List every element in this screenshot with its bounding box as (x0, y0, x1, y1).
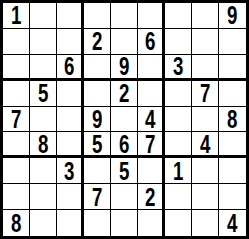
cell-r3c3[interactable]: 6 (57, 55, 84, 81)
cell-r9c2[interactable] (30, 210, 57, 236)
cell-r2c5[interactable] (111, 29, 138, 55)
cell-r4c4[interactable] (84, 81, 111, 107)
cell-r1c1[interactable]: 1 (3, 3, 30, 29)
cell-r9c5[interactable] (111, 210, 138, 236)
cell-r1c4[interactable] (84, 3, 111, 29)
cell-r1c8[interactable] (192, 3, 219, 29)
cell-r7c4[interactable] (84, 158, 111, 184)
given-digit: 6 (119, 132, 129, 156)
given-digit: 1 (11, 3, 21, 28)
cell-r3c4[interactable] (84, 55, 111, 81)
cell-r6c5[interactable]: 6 (111, 132, 138, 158)
cell-r7c9[interactable] (219, 158, 246, 184)
given-digit: 5 (92, 132, 102, 156)
given-digit: 7 (92, 184, 102, 209)
cell-r2c3[interactable] (57, 29, 84, 55)
cell-r6c7[interactable] (165, 132, 192, 158)
cell-r2c4[interactable]: 2 (84, 29, 111, 55)
given-digit: 2 (92, 29, 102, 54)
cell-r1c2[interactable] (30, 3, 57, 29)
cell-r8c2[interactable] (30, 184, 57, 210)
given-digit: 5 (38, 81, 48, 106)
cell-r6c8[interactable]: 4 (192, 132, 219, 158)
cell-r2c7[interactable] (165, 29, 192, 55)
given-digit: 4 (145, 107, 155, 132)
cell-r8c4[interactable]: 7 (84, 184, 111, 210)
cell-r3c6[interactable] (138, 55, 165, 81)
cell-r1c5[interactable] (111, 3, 138, 29)
cell-r8c1[interactable] (3, 184, 30, 210)
cell-r2c1[interactable] (3, 29, 30, 55)
given-digit: 2 (119, 81, 129, 106)
cell-r6c2[interactable]: 8 (30, 132, 57, 158)
cell-r9c3[interactable] (57, 210, 84, 236)
cell-r6c6[interactable]: 7 (138, 132, 165, 158)
cell-r1c7[interactable] (165, 3, 192, 29)
cell-r6c4[interactable]: 5 (84, 132, 111, 158)
cell-r2c8[interactable] (192, 29, 219, 55)
cell-r7c6[interactable] (138, 158, 165, 184)
given-digit: 7 (200, 81, 210, 106)
cell-r5c3[interactable] (57, 107, 84, 133)
cell-r3c1[interactable] (3, 55, 30, 81)
cell-r3c2[interactable] (30, 55, 57, 81)
cell-r4c9[interactable] (219, 81, 246, 107)
given-digit: 8 (11, 210, 21, 236)
given-digit: 5 (119, 158, 129, 183)
cell-r8c5[interactable] (111, 184, 138, 210)
cell-r3c5[interactable]: 9 (111, 55, 138, 81)
given-digit: 2 (145, 184, 155, 209)
cell-r7c8[interactable] (192, 158, 219, 184)
cell-r4c6[interactable] (138, 81, 165, 107)
cell-r5c4[interactable]: 9 (84, 107, 111, 133)
cell-r9c1[interactable]: 8 (3, 210, 30, 236)
cell-r8c9[interactable] (219, 184, 246, 210)
cell-r5c6[interactable]: 4 (138, 107, 165, 133)
cell-r9c7[interactable] (165, 210, 192, 236)
cell-r8c3[interactable] (57, 184, 84, 210)
cell-r7c7[interactable]: 1 (165, 158, 192, 184)
cell-r6c1[interactable] (3, 132, 30, 158)
cell-r5c1[interactable]: 7 (3, 107, 30, 133)
cell-r4c1[interactable] (3, 81, 30, 107)
cell-r4c2[interactable]: 5 (30, 81, 57, 107)
cell-r8c6[interactable]: 2 (138, 184, 165, 210)
given-digit: 6 (145, 29, 155, 54)
given-digit: 1 (173, 158, 183, 183)
cell-r5c8[interactable] (192, 107, 219, 133)
given-digit: 8 (227, 107, 237, 132)
sudoku-board: 19266935277948856743517284 (0, 0, 249, 239)
cell-r1c3[interactable] (57, 3, 84, 29)
cell-r8c7[interactable] (165, 184, 192, 210)
cell-r5c9[interactable]: 8 (219, 107, 246, 133)
given-digit: 9 (119, 55, 129, 79)
cell-r5c5[interactable] (111, 107, 138, 133)
cell-r7c3[interactable]: 3 (57, 158, 84, 184)
cell-r2c6[interactable]: 6 (138, 29, 165, 55)
cell-r7c2[interactable] (30, 158, 57, 184)
cell-r9c9[interactable]: 4 (219, 210, 246, 236)
cell-r3c8[interactable] (192, 55, 219, 81)
given-digit: 4 (227, 210, 237, 236)
given-digit: 7 (11, 107, 21, 132)
cell-r5c2[interactable] (30, 107, 57, 133)
cell-r9c6[interactable] (138, 210, 165, 236)
cell-r2c9[interactable] (219, 29, 246, 55)
cell-r1c6[interactable] (138, 3, 165, 29)
cell-r3c9[interactable] (219, 55, 246, 81)
cell-r7c5[interactable]: 5 (111, 158, 138, 184)
cell-r5c7[interactable] (165, 107, 192, 133)
given-digit: 6 (64, 55, 74, 79)
cell-r4c7[interactable] (165, 81, 192, 107)
cell-r6c3[interactable] (57, 132, 84, 158)
cell-r4c3[interactable] (57, 81, 84, 107)
cell-r7c1[interactable] (3, 158, 30, 184)
given-digit: 3 (64, 158, 74, 183)
given-digit: 8 (38, 132, 48, 156)
cell-r6c9[interactable] (219, 132, 246, 158)
given-digit: 4 (200, 132, 210, 156)
given-digit: 9 (92, 107, 102, 132)
given-digit: 3 (173, 55, 183, 79)
cell-r8c8[interactable] (192, 184, 219, 210)
cell-r4c5[interactable]: 2 (111, 81, 138, 107)
given-digit: 9 (227, 3, 237, 28)
cell-r9c8[interactable] (192, 210, 219, 236)
cell-r2c2[interactable] (30, 29, 57, 55)
cell-r3c7[interactable]: 3 (165, 55, 192, 81)
cell-r9c4[interactable] (84, 210, 111, 236)
cell-r4c8[interactable]: 7 (192, 81, 219, 107)
cell-r1c9[interactable]: 9 (219, 3, 246, 29)
given-digit: 7 (145, 132, 155, 156)
